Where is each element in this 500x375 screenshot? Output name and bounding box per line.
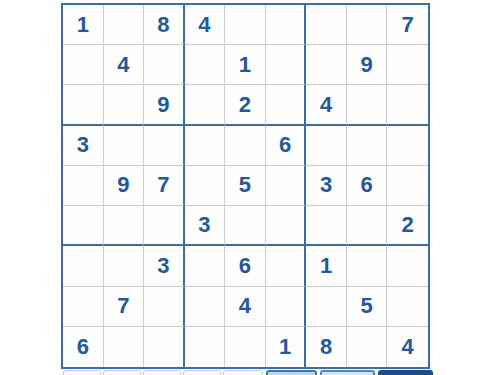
- cell-r4c1[interactable]: 3: [63, 126, 104, 166]
- cell-r5c9[interactable]: [387, 166, 428, 206]
- cell-r8c9[interactable]: [387, 287, 428, 327]
- cell-r9c5[interactable]: [225, 327, 266, 367]
- cell-r2c1[interactable]: [63, 45, 104, 85]
- cell-r3c2[interactable]: [104, 85, 145, 125]
- cell-r7c5[interactable]: 6: [225, 246, 266, 286]
- cell-r4c2[interactable]: [104, 126, 145, 166]
- cell-r8c2[interactable]: 7: [104, 287, 145, 327]
- cell-r9c8[interactable]: [347, 327, 388, 367]
- cell-r7c8[interactable]: [347, 246, 388, 286]
- cell-r2c8[interactable]: 9: [347, 45, 388, 85]
- cell-r3c1[interactable]: [63, 85, 104, 125]
- cell-r3c5[interactable]: 2: [225, 85, 266, 125]
- cell-r6c2[interactable]: [104, 206, 145, 246]
- cell-r4c9[interactable]: [387, 126, 428, 166]
- cell-r3c7[interactable]: 4: [306, 85, 347, 125]
- cell-r2c2[interactable]: 4: [104, 45, 145, 85]
- cell-r2c7[interactable]: [306, 45, 347, 85]
- cell-r3c3[interactable]: 9: [144, 85, 185, 125]
- cell-r7c2[interactable]: [104, 246, 145, 286]
- cell-r5c3[interactable]: 7: [144, 166, 185, 206]
- cell-r9c2[interactable]: [104, 327, 145, 367]
- cell-r1c3[interactable]: 8: [144, 5, 185, 45]
- cell-r3c6[interactable]: [266, 85, 307, 125]
- cell-r1c4[interactable]: 4: [185, 5, 226, 45]
- cell-r8c1[interactable]: [63, 287, 104, 327]
- cell-r1c7[interactable]: [306, 5, 347, 45]
- cell-r7c4[interactable]: [185, 246, 226, 286]
- cell-r5c8[interactable]: 6: [347, 166, 388, 206]
- cell-r8c3[interactable]: [144, 287, 185, 327]
- cell-r2c9[interactable]: [387, 45, 428, 85]
- cell-r3c8[interactable]: [347, 85, 388, 125]
- bottom-strip-segment-8: [378, 370, 433, 375]
- cell-r5c4[interactable]: [185, 166, 226, 206]
- cell-r6c9[interactable]: 2: [387, 206, 428, 246]
- cell-r5c6[interactable]: [266, 166, 307, 206]
- bottom-strip-segment-6: [266, 370, 317, 375]
- cell-r2c5[interactable]: 1: [225, 45, 266, 85]
- cell-r5c7[interactable]: 3: [306, 166, 347, 206]
- cell-r1c8[interactable]: [347, 5, 388, 45]
- cell-r9c1[interactable]: 6: [63, 327, 104, 367]
- cell-r4c8[interactable]: [347, 126, 388, 166]
- cell-r6c1[interactable]: [63, 206, 104, 246]
- bottom-strip-segment-2: [103, 370, 141, 375]
- cell-r4c5[interactable]: [225, 126, 266, 166]
- cell-r6c3[interactable]: [144, 206, 185, 246]
- cell-r8c7[interactable]: [306, 287, 347, 327]
- cell-r9c7[interactable]: 8: [306, 327, 347, 367]
- cell-r4c7[interactable]: [306, 126, 347, 166]
- cell-r1c5[interactable]: [225, 5, 266, 45]
- cell-r7c9[interactable]: [387, 246, 428, 286]
- cell-r9c4[interactable]: [185, 327, 226, 367]
- cell-r2c4[interactable]: [185, 45, 226, 85]
- cell-r1c2[interactable]: [104, 5, 145, 45]
- cell-r6c8[interactable]: [347, 206, 388, 246]
- cell-r4c3[interactable]: [144, 126, 185, 166]
- cell-r1c1[interactable]: 1: [63, 5, 104, 45]
- cell-r2c6[interactable]: [266, 45, 307, 85]
- cell-r8c4[interactable]: [185, 287, 226, 327]
- cell-r7c3[interactable]: 3: [144, 246, 185, 286]
- cell-r6c6[interactable]: [266, 206, 307, 246]
- cell-r7c1[interactable]: [63, 246, 104, 286]
- cell-r2c3[interactable]: [144, 45, 185, 85]
- cell-r5c2[interactable]: 9: [104, 166, 145, 206]
- cell-r6c7[interactable]: [306, 206, 347, 246]
- cell-r1c6[interactable]: [266, 5, 307, 45]
- cell-r1c9[interactable]: 7: [387, 5, 428, 45]
- cell-r6c5[interactable]: [225, 206, 266, 246]
- cell-r6c4[interactable]: 3: [185, 206, 226, 246]
- cell-r5c5[interactable]: 5: [225, 166, 266, 206]
- bottom-strip-segment-1: [63, 370, 101, 375]
- cell-r8c8[interactable]: 5: [347, 287, 388, 327]
- cell-r3c9[interactable]: [387, 85, 428, 125]
- cell-r5c1[interactable]: [63, 166, 104, 206]
- cell-r8c6[interactable]: [266, 287, 307, 327]
- bottom-strip-segment-7: [320, 370, 375, 375]
- cell-r3c4[interactable]: [185, 85, 226, 125]
- cell-r9c3[interactable]: [144, 327, 185, 367]
- cell-r7c7[interactable]: 1: [306, 246, 347, 286]
- cell-r4c4[interactable]: [185, 126, 226, 166]
- bottom-strip-segment-5: [223, 370, 263, 375]
- bottom-strip-segment-3: [143, 370, 181, 375]
- bottom-strip-segment-4: [183, 370, 221, 375]
- cell-r4c6[interactable]: 6: [266, 126, 307, 166]
- cell-r8c5[interactable]: 4: [225, 287, 266, 327]
- cell-r9c9[interactable]: 4: [387, 327, 428, 367]
- sudoku-page: 18474199243697536323617456184: [0, 0, 500, 375]
- cell-r9c6[interactable]: 1: [266, 327, 307, 367]
- cell-r7c6[interactable]: [266, 246, 307, 286]
- sudoku-board: 18474199243697536323617456184: [61, 3, 430, 369]
